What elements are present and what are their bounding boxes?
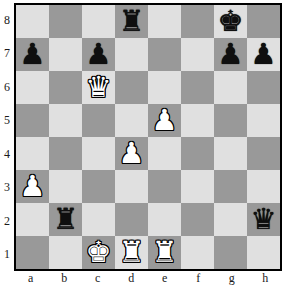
rank-label-4: 4 (0, 137, 14, 171)
square-d1[interactable]: ♜ (115, 236, 148, 269)
file-label-e: e (148, 271, 182, 288)
square-c2[interactable] (82, 203, 115, 236)
square-b7[interactable] (49, 38, 82, 71)
square-f3[interactable] (181, 170, 214, 203)
square-c4[interactable] (82, 137, 115, 170)
rank-label-8: 8 (0, 3, 14, 37)
square-f4[interactable] (181, 137, 214, 170)
square-a6[interactable] (16, 71, 49, 104)
square-g7[interactable]: ♟ (214, 38, 247, 71)
square-c7[interactable]: ♟ (82, 38, 115, 71)
square-h5[interactable] (247, 104, 280, 137)
square-d4[interactable]: ♟ (115, 137, 148, 170)
square-h4[interactable] (247, 137, 280, 170)
square-f6[interactable] (181, 71, 214, 104)
square-e7[interactable] (148, 38, 181, 71)
square-e3[interactable] (148, 170, 181, 203)
square-c6[interactable]: ♛ (82, 71, 115, 104)
board: ♜♚♟♟♟♟♛♟♟♟♜♛♚♜♜ (16, 5, 280, 269)
square-a2[interactable] (16, 203, 49, 236)
square-d2[interactable] (115, 203, 148, 236)
square-g8[interactable]: ♚ (214, 5, 247, 38)
square-a1[interactable] (16, 236, 49, 269)
black-king-g8: ♚ (218, 5, 244, 38)
square-h8[interactable] (247, 5, 280, 38)
rank-label-7: 7 (0, 37, 14, 71)
file-label-b: b (48, 271, 82, 288)
black-rook-b2: ♜ (53, 203, 79, 236)
file-label-d: d (115, 271, 149, 288)
square-c1[interactable]: ♚ (82, 236, 115, 269)
board-frame: ♜♚♟♟♟♟♛♟♟♟♜♛♚♜♜ (14, 3, 282, 271)
square-a8[interactable] (16, 5, 49, 38)
square-g1[interactable] (214, 236, 247, 269)
square-b1[interactable] (49, 236, 82, 269)
rank-label-6: 6 (0, 70, 14, 104)
black-pawn-h7: ♟ (251, 38, 277, 71)
rank-labels: 8 7 6 5 4 3 2 1 (0, 3, 14, 271)
square-h7[interactable]: ♟ (247, 38, 280, 71)
rank-label-1: 1 (0, 238, 14, 272)
square-e6[interactable] (148, 71, 181, 104)
square-f7[interactable] (181, 38, 214, 71)
square-d5[interactable] (115, 104, 148, 137)
square-g2[interactable] (214, 203, 247, 236)
square-d8[interactable]: ♜ (115, 5, 148, 38)
white-pawn-d4: ♟ (119, 137, 145, 170)
square-e1[interactable]: ♜ (148, 236, 181, 269)
square-f1[interactable] (181, 236, 214, 269)
square-c8[interactable] (82, 5, 115, 38)
square-h2[interactable]: ♛ (247, 203, 280, 236)
square-e2[interactable] (148, 203, 181, 236)
square-d7[interactable] (115, 38, 148, 71)
file-label-h: h (249, 271, 283, 288)
chess-diagram: 8 7 6 5 4 3 2 1 ♜♚♟♟♟♟♛♟♟♟♜♛♚♜♜ a b c d … (0, 0, 285, 288)
square-f8[interactable] (181, 5, 214, 38)
file-label-f: f (182, 271, 216, 288)
black-pawn-a7: ♟ (20, 38, 46, 71)
square-g3[interactable] (214, 170, 247, 203)
square-b3[interactable] (49, 170, 82, 203)
white-pawn-a3: ♟ (20, 170, 46, 203)
square-b5[interactable] (49, 104, 82, 137)
square-e8[interactable] (148, 5, 181, 38)
square-f5[interactable] (181, 104, 214, 137)
square-h6[interactable] (247, 71, 280, 104)
rank-label-2: 2 (0, 204, 14, 238)
square-a5[interactable] (16, 104, 49, 137)
square-e4[interactable] (148, 137, 181, 170)
white-queen-c6: ♛ (86, 71, 112, 104)
file-label-c: c (81, 271, 115, 288)
rank-label-3: 3 (0, 171, 14, 205)
white-pawn-e5: ♟ (152, 104, 178, 137)
black-pawn-c7: ♟ (86, 38, 112, 71)
file-labels: a b c d e f g h (14, 271, 282, 288)
black-queen-h2: ♛ (251, 203, 277, 236)
square-d6[interactable] (115, 71, 148, 104)
file-label-g: g (215, 271, 249, 288)
square-b4[interactable] (49, 137, 82, 170)
square-b2[interactable]: ♜ (49, 203, 82, 236)
square-e5[interactable]: ♟ (148, 104, 181, 137)
white-rook-d1: ♜ (119, 236, 145, 269)
square-h1[interactable] (247, 236, 280, 269)
file-label-a: a (14, 271, 48, 288)
square-h3[interactable] (247, 170, 280, 203)
square-g4[interactable] (214, 137, 247, 170)
square-a7[interactable]: ♟ (16, 38, 49, 71)
square-d3[interactable] (115, 170, 148, 203)
square-g6[interactable] (214, 71, 247, 104)
square-g5[interactable] (214, 104, 247, 137)
black-pawn-g7: ♟ (218, 38, 244, 71)
white-rook-e1: ♜ (152, 236, 178, 269)
rank-label-5: 5 (0, 104, 14, 138)
black-rook-d8: ♜ (119, 5, 145, 38)
square-b8[interactable] (49, 5, 82, 38)
square-b6[interactable] (49, 71, 82, 104)
white-king-c1: ♚ (86, 236, 112, 269)
square-c5[interactable] (82, 104, 115, 137)
square-a3[interactable]: ♟ (16, 170, 49, 203)
square-c3[interactable] (82, 170, 115, 203)
square-a4[interactable] (16, 137, 49, 170)
square-f2[interactable] (181, 203, 214, 236)
